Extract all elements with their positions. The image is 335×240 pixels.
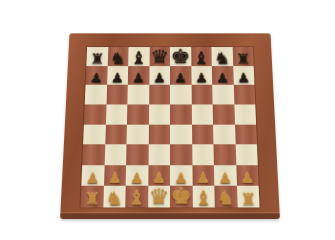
square-c5[interactable] (127, 104, 149, 124)
square-e6[interactable] (170, 85, 191, 104)
piece-black-pawn-f7[interactable]: ♟ (195, 72, 208, 85)
square-c1[interactable]: ♝ (125, 186, 148, 207)
square-h6[interactable] (233, 85, 255, 104)
square-d7[interactable]: ♟ (149, 66, 170, 85)
square-e7[interactable]: ♟ (170, 66, 191, 85)
piece-black-king-e8[interactable]: ♚ (170, 47, 190, 66)
square-b2[interactable]: ♟ (104, 165, 127, 186)
square-b6[interactable] (106, 85, 128, 104)
piece-white-pawn-c2[interactable]: ♟ (130, 172, 144, 186)
board-perspective-wrapper: ♜♞♝♛♚♝♞♜♟♟♟♟♟♟♟♟♟♟♟♟♟♟♟♟♜♞♝♛♚♝♞♜ (60, 33, 280, 219)
square-b7[interactable]: ♟ (107, 66, 129, 85)
piece-black-rook-h8[interactable]: ♜ (235, 52, 250, 66)
square-f5[interactable] (191, 104, 213, 124)
piece-white-pawn-h2[interactable]: ♟ (240, 172, 254, 186)
square-b5[interactable] (105, 104, 127, 124)
square-a1[interactable]: ♜ (80, 186, 103, 207)
square-a6[interactable] (85, 85, 107, 104)
piece-black-pawn-h7[interactable]: ♟ (237, 72, 251, 85)
piece-black-pawn-a7[interactable]: ♟ (89, 72, 103, 85)
piece-black-pawn-g7[interactable]: ♟ (216, 72, 230, 85)
piece-black-pawn-c7[interactable]: ♟ (132, 72, 145, 85)
piece-white-rook-a1[interactable]: ♜ (84, 191, 100, 207)
square-h5[interactable] (234, 104, 256, 124)
square-f2[interactable]: ♟ (192, 165, 214, 186)
square-f3[interactable] (192, 144, 214, 165)
board-grid: ♜♞♝♛♚♝♞♜♟♟♟♟♟♟♟♟♟♟♟♟♟♟♟♟♜♞♝♛♚♝♞♜ (80, 47, 259, 207)
square-h3[interactable] (235, 144, 258, 165)
square-b3[interactable] (104, 144, 126, 165)
square-e1[interactable]: ♚ (170, 186, 192, 207)
square-g2[interactable]: ♟ (214, 165, 237, 186)
piece-white-knight-g1[interactable]: ♞ (217, 189, 235, 207)
square-d1[interactable]: ♛ (148, 186, 170, 207)
square-f4[interactable] (192, 124, 214, 144)
square-c3[interactable] (126, 144, 148, 165)
square-c6[interactable] (127, 85, 149, 104)
square-a7[interactable]: ♟ (86, 66, 108, 85)
square-c4[interactable] (127, 124, 149, 144)
square-d3[interactable] (148, 144, 170, 165)
piece-black-queen-d8[interactable]: ♛ (150, 48, 169, 66)
square-a4[interactable] (83, 124, 105, 144)
square-a3[interactable] (82, 144, 105, 165)
square-c2[interactable]: ♟ (126, 165, 148, 186)
piece-white-rook-h1[interactable]: ♜ (240, 191, 256, 207)
square-d5[interactable] (148, 104, 170, 124)
square-g5[interactable] (213, 104, 235, 124)
piece-white-bishop-c1[interactable]: ♝ (127, 189, 146, 208)
piece-white-pawn-g2[interactable]: ♟ (218, 172, 232, 186)
square-f6[interactable] (191, 85, 213, 104)
square-f8[interactable]: ♝ (191, 47, 212, 66)
square-g6[interactable] (212, 85, 234, 104)
piece-white-queen-d1[interactable]: ♛ (149, 187, 170, 208)
square-e4[interactable] (170, 124, 192, 144)
square-f1[interactable]: ♝ (192, 186, 215, 207)
square-g4[interactable] (213, 124, 235, 144)
square-h2[interactable]: ♟ (236, 165, 259, 186)
square-b8[interactable]: ♞ (107, 47, 128, 66)
square-h1[interactable]: ♜ (236, 186, 259, 207)
piece-white-bishop-f1[interactable]: ♝ (194, 189, 213, 208)
piece-black-knight-g8[interactable]: ♞ (214, 50, 231, 66)
square-d4[interactable] (148, 124, 170, 144)
square-a2[interactable]: ♟ (81, 165, 104, 186)
square-e5[interactable] (170, 104, 192, 124)
photo-canvas: ♜♞♝♛♚♝♞♜♟♟♟♟♟♟♟♟♟♟♟♟♟♟♟♟♜♞♝♛♚♝♞♜ (0, 0, 335, 240)
square-a8[interactable]: ♜ (86, 47, 108, 66)
piece-black-pawn-d7[interactable]: ♟ (153, 72, 166, 85)
square-d2[interactable]: ♟ (148, 165, 170, 186)
square-g1[interactable]: ♞ (214, 186, 237, 207)
piece-white-pawn-f2[interactable]: ♟ (196, 172, 210, 186)
square-h4[interactable] (235, 124, 257, 144)
piece-white-king-e1[interactable]: ♚ (170, 186, 191, 208)
piece-black-bishop-c8[interactable]: ♝ (130, 49, 148, 66)
square-b4[interactable] (105, 124, 127, 144)
piece-white-knight-b1[interactable]: ♞ (105, 189, 123, 207)
square-e3[interactable] (170, 144, 192, 165)
square-a5[interactable] (84, 104, 106, 124)
square-g3[interactable] (213, 144, 235, 165)
piece-black-knight-b8[interactable]: ♞ (109, 50, 126, 66)
square-h7[interactable]: ♟ (233, 66, 255, 85)
square-d6[interactable] (149, 85, 170, 104)
piece-black-rook-a8[interactable]: ♜ (89, 52, 104, 66)
square-g8[interactable]: ♞ (211, 47, 232, 66)
square-b1[interactable]: ♞ (103, 186, 126, 207)
square-h8[interactable]: ♜ (232, 47, 254, 66)
piece-white-pawn-a2[interactable]: ♟ (85, 172, 99, 186)
square-g7[interactable]: ♟ (212, 66, 234, 85)
square-e8[interactable]: ♚ (170, 47, 191, 66)
square-c7[interactable]: ♟ (128, 66, 149, 85)
piece-black-bishop-f8[interactable]: ♝ (192, 49, 210, 66)
square-c8[interactable]: ♝ (128, 47, 149, 66)
square-d8[interactable]: ♛ (149, 47, 170, 66)
square-f7[interactable]: ♟ (191, 66, 212, 85)
piece-white-pawn-b2[interactable]: ♟ (108, 172, 122, 186)
piece-black-pawn-e7[interactable]: ♟ (174, 72, 187, 85)
chess-board-frame: ♜♞♝♛♚♝♞♜♟♟♟♟♟♟♟♟♟♟♟♟♟♟♟♟♜♞♝♛♚♝♞♜ (60, 33, 280, 219)
piece-black-pawn-b7[interactable]: ♟ (111, 72, 125, 85)
